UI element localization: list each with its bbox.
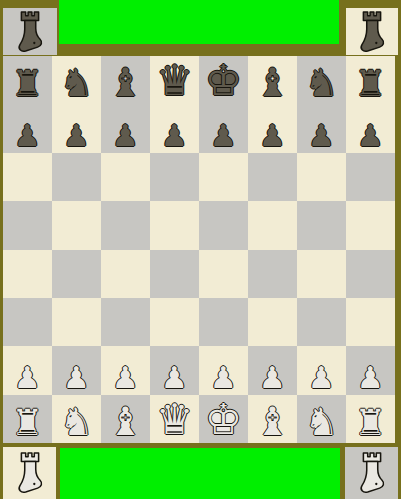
piece-white-pawn[interactable]: ♟ — [357, 363, 384, 395]
square-h6[interactable] — [346, 153, 395, 201]
square-g4[interactable] — [297, 250, 346, 298]
piece-black-bishop[interactable]: ♝ — [255, 63, 290, 104]
piece-white-knight[interactable]: ♞ — [59, 403, 93, 443]
square-f1[interactable]: ♝ — [248, 395, 297, 443]
square-c6[interactable] — [101, 153, 150, 201]
piece-white-pawn[interactable]: ♟ — [112, 363, 139, 395]
square-e1[interactable]: ♚ — [199, 395, 248, 443]
piece-white-pawn[interactable]: ♟ — [14, 363, 41, 395]
corner-piece-white-bent-rook[interactable] — [352, 451, 392, 495]
piece-white-rook[interactable]: ♜ — [354, 405, 386, 443]
square-f5[interactable] — [248, 201, 297, 249]
square-a3[interactable] — [3, 298, 52, 346]
square-f4[interactable] — [248, 250, 297, 298]
piece-white-bishop[interactable]: ♝ — [255, 402, 290, 443]
square-c8[interactable]: ♝ — [101, 56, 150, 104]
square-d7[interactable]: ♟ — [150, 104, 199, 152]
square-d2[interactable]: ♟ — [150, 346, 199, 394]
square-e6[interactable] — [199, 153, 248, 201]
square-d5[interactable] — [150, 201, 199, 249]
square-h5[interactable] — [346, 201, 395, 249]
square-g8[interactable]: ♞ — [297, 56, 346, 104]
square-g6[interactable] — [297, 153, 346, 201]
square-g3[interactable] — [297, 298, 346, 346]
corner-square-bottom-right[interactable] — [345, 447, 398, 499]
corner-piece-black-bent-rook[interactable] — [10, 10, 50, 54]
board: ♜♞♝♛♚♝♞♜♟♟♟♟♟♟♟♟♟♟♟♟♟♟♟♟♜♞♝♛♚♝♞♜ — [3, 56, 395, 443]
piece-black-pawn[interactable]: ♟ — [259, 121, 286, 153]
square-e4[interactable] — [199, 250, 248, 298]
piece-black-pawn[interactable]: ♟ — [112, 121, 139, 153]
square-h4[interactable] — [346, 250, 395, 298]
square-a7[interactable]: ♟ — [3, 104, 52, 152]
square-e8[interactable]: ♚ — [199, 56, 248, 104]
corner-square-top-left[interactable] — [3, 8, 57, 55]
square-a8[interactable]: ♜ — [3, 56, 52, 104]
piece-white-knight[interactable]: ♞ — [304, 403, 338, 443]
square-c3[interactable] — [101, 298, 150, 346]
piece-black-king[interactable]: ♚ — [205, 60, 243, 104]
bent-rook-icon — [352, 10, 392, 54]
square-b3[interactable] — [52, 298, 101, 346]
square-e2[interactable]: ♟ — [199, 346, 248, 394]
square-d3[interactable] — [150, 298, 199, 346]
piece-white-pawn[interactable]: ♟ — [161, 363, 188, 395]
square-f2[interactable]: ♟ — [248, 346, 297, 394]
square-g1[interactable]: ♞ — [297, 395, 346, 443]
piece-white-pawn[interactable]: ♟ — [63, 363, 90, 395]
square-f6[interactable] — [248, 153, 297, 201]
piece-black-queen[interactable]: ♛ — [156, 60, 194, 104]
square-h2[interactable]: ♟ — [346, 346, 395, 394]
square-h7[interactable]: ♟ — [346, 104, 395, 152]
square-e3[interactable] — [199, 298, 248, 346]
piece-white-bishop[interactable]: ♝ — [108, 402, 143, 443]
square-c1[interactable]: ♝ — [101, 395, 150, 443]
piece-black-pawn[interactable]: ♟ — [308, 121, 335, 153]
square-f3[interactable] — [248, 298, 297, 346]
square-d4[interactable] — [150, 250, 199, 298]
piece-black-rook[interactable]: ♜ — [11, 66, 43, 104]
square-h8[interactable]: ♜ — [346, 56, 395, 104]
piece-black-knight[interactable]: ♞ — [59, 64, 93, 104]
square-b6[interactable] — [52, 153, 101, 201]
square-a6[interactable] — [3, 153, 52, 201]
bent-rook-icon — [10, 10, 50, 54]
square-c4[interactable] — [101, 250, 150, 298]
square-f7[interactable]: ♟ — [248, 104, 297, 152]
piece-white-pawn[interactable]: ♟ — [259, 363, 286, 395]
square-b4[interactable] — [52, 250, 101, 298]
square-a4[interactable] — [3, 250, 52, 298]
square-e7[interactable]: ♟ — [199, 104, 248, 152]
square-b8[interactable]: ♞ — [52, 56, 101, 104]
piece-black-bishop[interactable]: ♝ — [108, 63, 143, 104]
square-c5[interactable] — [101, 201, 150, 249]
square-b2[interactable]: ♟ — [52, 346, 101, 394]
square-b5[interactable] — [52, 201, 101, 249]
square-d6[interactable] — [150, 153, 199, 201]
square-d8[interactable]: ♛ — [150, 56, 199, 104]
square-c7[interactable]: ♟ — [101, 104, 150, 152]
square-g2[interactable]: ♟ — [297, 346, 346, 394]
square-g7[interactable]: ♟ — [297, 104, 346, 152]
corner-square-top-right[interactable] — [346, 8, 398, 55]
corner-piece-black-bent-rook[interactable] — [352, 10, 392, 54]
square-h1[interactable]: ♜ — [346, 395, 395, 443]
piece-black-pawn[interactable]: ♟ — [63, 121, 90, 153]
piece-black-knight[interactable]: ♞ — [304, 64, 338, 104]
piece-black-pawn[interactable]: ♟ — [14, 121, 41, 153]
bent-rook-icon — [10, 451, 50, 495]
square-d1[interactable]: ♛ — [150, 395, 199, 443]
square-c2[interactable]: ♟ — [101, 346, 150, 394]
corner-square-bottom-left[interactable] — [3, 447, 56, 499]
square-a2[interactable]: ♟ — [3, 346, 52, 394]
corner-piece-white-bent-rook[interactable] — [10, 451, 50, 495]
piece-black-rook[interactable]: ♜ — [354, 66, 386, 104]
piece-white-pawn[interactable]: ♟ — [308, 363, 335, 395]
square-g5[interactable] — [297, 201, 346, 249]
square-a5[interactable] — [3, 201, 52, 249]
game-window: ♜♞♝♛♚♝♞♜♟♟♟♟♟♟♟♟♟♟♟♟♟♟♟♟♜♞♝♛♚♝♞♜ — [0, 0, 401, 499]
piece-white-pawn[interactable]: ♟ — [210, 363, 237, 395]
piece-black-pawn[interactable]: ♟ — [210, 121, 237, 153]
bent-rook-icon — [352, 451, 392, 495]
piece-white-queen[interactable]: ♛ — [156, 399, 194, 443]
piece-white-rook[interactable]: ♜ — [11, 405, 43, 443]
square-h3[interactable] — [346, 298, 395, 346]
piece-black-pawn[interactable]: ♟ — [357, 121, 384, 153]
piece-black-pawn[interactable]: ♟ — [161, 121, 188, 153]
square-b7[interactable]: ♟ — [52, 104, 101, 152]
square-f8[interactable]: ♝ — [248, 56, 297, 104]
square-a1[interactable]: ♜ — [3, 395, 52, 443]
green-banner-top — [59, 0, 339, 44]
green-banner-bottom — [60, 448, 340, 499]
square-e5[interactable] — [199, 201, 248, 249]
piece-white-king[interactable]: ♚ — [205, 399, 243, 443]
square-b1[interactable]: ♞ — [52, 395, 101, 443]
